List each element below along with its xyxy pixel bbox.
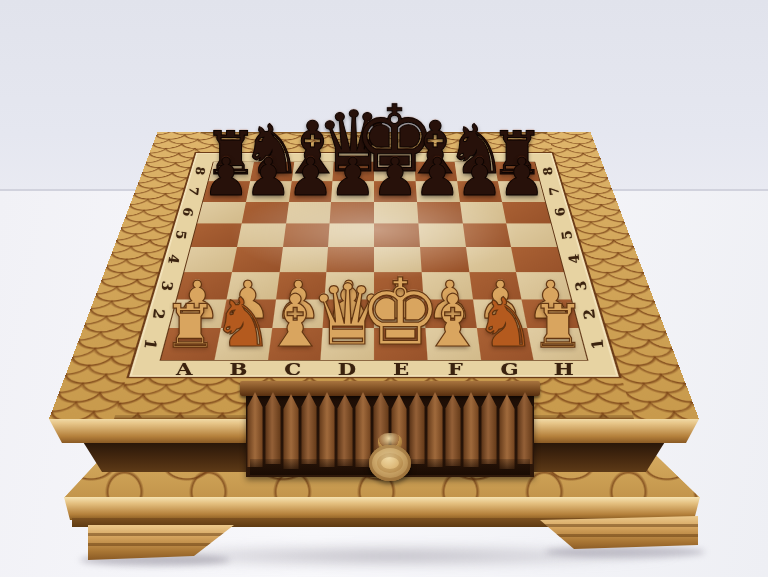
piece-black-pawn[interactable]: ♟	[372, 153, 419, 202]
piece-white-rook[interactable]: ♜	[163, 299, 217, 356]
piece-black-pawn[interactable]: ♟	[414, 153, 461, 202]
piece-black-pawn[interactable]: ♟	[456, 153, 503, 202]
piece-black-pawn[interactable]: ♟	[245, 153, 292, 202]
piece-black-pawn[interactable]: ♟	[287, 153, 334, 202]
pieces-layer: ♜♞♝♛♚♝♞♜♟♟♟♟♟♟♟♟♟♟♟♟♟♟♟♟♜♞♝♛♚♝♞♜	[0, 0, 768, 577]
piece-black-pawn[interactable]: ♟	[330, 153, 377, 202]
piece-white-knight[interactable]: ♞	[475, 291, 536, 356]
photo-scene: ABCDEFGH1122334455667788 ♜♞♝♛♚♝♞♜♟♟♟♟♟♟♟…	[0, 0, 768, 577]
piece-white-rook[interactable]: ♜	[531, 299, 585, 356]
piece-black-pawn[interactable]: ♟	[203, 153, 250, 202]
piece-black-pawn[interactable]: ♟	[499, 153, 546, 202]
